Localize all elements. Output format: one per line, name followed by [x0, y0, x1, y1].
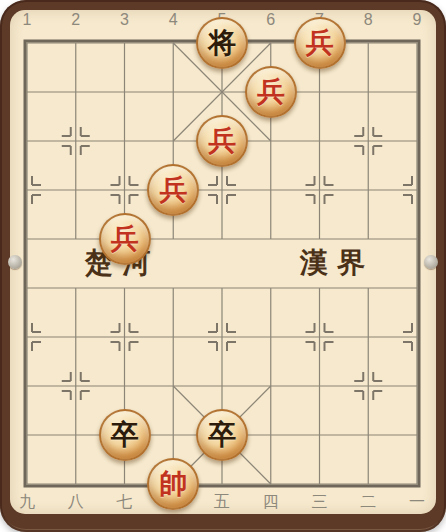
file-label-top-8: 8 — [355, 10, 381, 30]
screw-icon-right — [424, 255, 438, 269]
file-label-top-4: 4 — [160, 10, 186, 30]
file-label-top-1: 1 — [14, 10, 40, 30]
file-label-bottom-5: 五 — [209, 492, 235, 512]
piece-black-将-f5r0[interactable]: 将 — [196, 17, 248, 69]
piece-red-兵-f6r1[interactable]: 兵 — [245, 66, 297, 118]
piece-red-帥-f4r9[interactable]: 帥 — [147, 458, 199, 510]
piece-red-兵-f7r0[interactable]: 兵 — [294, 17, 346, 69]
file-label-top-3: 3 — [112, 10, 138, 30]
piece-black-卒-f3r8[interactable]: 卒 — [99, 409, 151, 461]
file-label-bottom-8: 二 — [355, 492, 381, 512]
file-label-top-2: 2 — [63, 10, 89, 30]
piece-red-兵-f5r2[interactable]: 兵 — [196, 115, 248, 167]
file-label-bottom-9: 一 — [404, 492, 430, 512]
file-label-top-6: 6 — [258, 10, 284, 30]
file-label-bottom-2: 八 — [63, 492, 89, 512]
piece-red-兵-f4r3[interactable]: 兵 — [147, 164, 199, 216]
piece-red-兵-f3r4[interactable]: 兵 — [99, 213, 151, 265]
file-label-bottom-6: 四 — [258, 492, 284, 512]
river-label-right: 漢界 — [282, 246, 392, 280]
file-label-top-9: 9 — [404, 10, 430, 30]
piece-black-卒-f5r8[interactable]: 卒 — [196, 409, 248, 461]
file-label-bottom-1: 九 — [14, 492, 40, 512]
screw-icon-left — [8, 255, 22, 269]
xiangqi-app: 123456789 九八七六五四三二一 楚河 漢界 将兵兵兵兵兵卒卒帥 — [0, 0, 446, 532]
file-label-bottom-7: 三 — [307, 492, 333, 512]
file-label-bottom-3: 七 — [112, 492, 138, 512]
